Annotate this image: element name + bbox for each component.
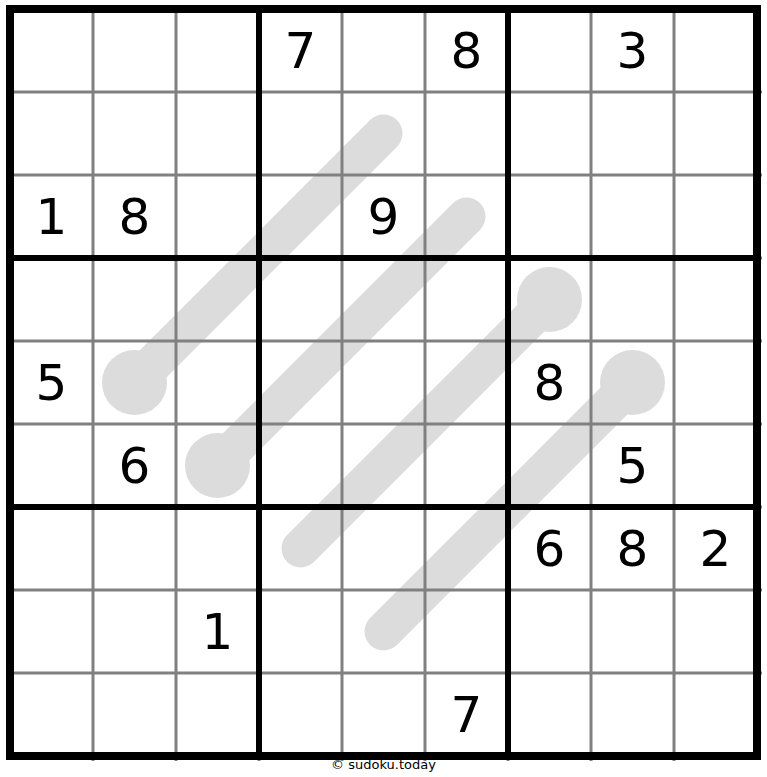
cell-r8c7[interactable] — [508, 590, 591, 673]
cell-r4c1[interactable] — [10, 258, 93, 341]
cell-r6c2[interactable]: 6 — [93, 424, 176, 507]
cell-r7c2[interactable] — [93, 507, 176, 590]
cell-r6c4[interactable] — [259, 424, 342, 507]
cell-r8c9[interactable] — [674, 590, 757, 673]
cell-r1c5[interactable] — [342, 9, 425, 92]
cell-r8c8[interactable] — [591, 590, 674, 673]
cell-r1c4[interactable]: 7 — [259, 9, 342, 92]
puzzle-page: 783189586568217 © sudoku.today — [0, 0, 767, 777]
cell-r8c3[interactable]: 1 — [176, 590, 259, 673]
cell-r6c1[interactable] — [10, 424, 93, 507]
cell-r9c4[interactable] — [259, 673, 342, 756]
cell-r1c3[interactable] — [176, 9, 259, 92]
cell-r4c6[interactable] — [425, 258, 508, 341]
cell-r2c8[interactable] — [591, 92, 674, 175]
cell-r9c6[interactable]: 7 — [425, 673, 508, 756]
cell-r8c6[interactable] — [425, 590, 508, 673]
cell-r3c7[interactable] — [508, 175, 591, 258]
cell-r6c6[interactable] — [425, 424, 508, 507]
cell-r3c4[interactable] — [259, 175, 342, 258]
cell-r5c5[interactable] — [342, 341, 425, 424]
cell-r2c2[interactable] — [93, 92, 176, 175]
cell-r5c8[interactable] — [591, 341, 674, 424]
cell-r2c7[interactable] — [508, 92, 591, 175]
cell-r3c1[interactable]: 1 — [10, 175, 93, 258]
cell-r4c2[interactable] — [93, 258, 176, 341]
cell-r1c7[interactable] — [508, 9, 591, 92]
cell-r3c5[interactable]: 9 — [342, 175, 425, 258]
cell-r9c9[interactable] — [674, 673, 757, 756]
cell-r7c1[interactable] — [10, 507, 93, 590]
credit-text: © sudoku.today — [0, 757, 767, 772]
cell-r9c3[interactable] — [176, 673, 259, 756]
cell-r9c1[interactable] — [10, 673, 93, 756]
cell-r3c6[interactable] — [425, 175, 508, 258]
cell-r2c9[interactable] — [674, 92, 757, 175]
cell-r8c5[interactable] — [342, 590, 425, 673]
cell-r4c5[interactable] — [342, 258, 425, 341]
cell-r1c1[interactable] — [10, 9, 93, 92]
cell-r5c4[interactable] — [259, 341, 342, 424]
cell-r9c7[interactable] — [508, 673, 591, 756]
cell-r5c9[interactable] — [674, 341, 757, 424]
cell-r2c1[interactable] — [10, 92, 93, 175]
cell-r3c3[interactable] — [176, 175, 259, 258]
cell-r1c2[interactable] — [93, 9, 176, 92]
cell-r4c9[interactable] — [674, 258, 757, 341]
cell-r3c8[interactable] — [591, 175, 674, 258]
cell-r1c9[interactable] — [674, 9, 757, 92]
cell-r8c2[interactable] — [93, 590, 176, 673]
cell-r6c7[interactable] — [508, 424, 591, 507]
cell-r2c5[interactable] — [342, 92, 425, 175]
cell-r4c7[interactable] — [508, 258, 591, 341]
cell-r7c9[interactable]: 2 — [674, 507, 757, 590]
cell-r5c7[interactable]: 8 — [508, 341, 591, 424]
cell-r3c2[interactable]: 8 — [93, 175, 176, 258]
cell-r7c6[interactable] — [425, 507, 508, 590]
cell-r4c8[interactable] — [591, 258, 674, 341]
cell-r6c5[interactable] — [342, 424, 425, 507]
cell-r6c8[interactable]: 5 — [591, 424, 674, 507]
cell-r7c5[interactable] — [342, 507, 425, 590]
cell-r7c7[interactable]: 6 — [508, 507, 591, 590]
cell-r5c6[interactable] — [425, 341, 508, 424]
cell-r4c3[interactable] — [176, 258, 259, 341]
cell-r9c5[interactable] — [342, 673, 425, 756]
cell-r5c3[interactable] — [176, 341, 259, 424]
cell-r3c9[interactable] — [674, 175, 757, 258]
cell-r7c8[interactable]: 8 — [591, 507, 674, 590]
sudoku-board: 783189586568217 — [10, 9, 757, 756]
cell-r6c9[interactable] — [674, 424, 757, 507]
cell-r4c4[interactable] — [259, 258, 342, 341]
cell-r9c2[interactable] — [93, 673, 176, 756]
cell-r7c4[interactable] — [259, 507, 342, 590]
cell-r1c6[interactable]: 8 — [425, 9, 508, 92]
cell-r2c4[interactable] — [259, 92, 342, 175]
cell-r7c3[interactable] — [176, 507, 259, 590]
cell-r2c6[interactable] — [425, 92, 508, 175]
cell-r8c1[interactable] — [10, 590, 93, 673]
cell-r1c8[interactable]: 3 — [591, 9, 674, 92]
cell-r5c2[interactable] — [93, 341, 176, 424]
cell-r9c8[interactable] — [591, 673, 674, 756]
cell-r5c1[interactable]: 5 — [10, 341, 93, 424]
cell-r2c3[interactable] — [176, 92, 259, 175]
cell-r6c3[interactable] — [176, 424, 259, 507]
sudoku-grid: 783189586568217 — [10, 9, 757, 756]
cell-r8c4[interactable] — [259, 590, 342, 673]
